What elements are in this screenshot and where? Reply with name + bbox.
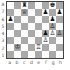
square-a1 [7, 51, 14, 58]
piece-white-king-b2: ♔ [15, 44, 21, 51]
square-e7 [35, 9, 42, 16]
square-d6 [28, 16, 35, 23]
square-b7 [14, 9, 21, 16]
square-h6 [56, 16, 63, 23]
square-c3 [21, 37, 28, 44]
file-label-f: f [42, 60, 49, 68]
square-h1 [56, 51, 63, 58]
piece-white-queen-c7: ♕ [22, 9, 28, 16]
square-f2 [42, 44, 49, 51]
square-g1 [49, 51, 56, 58]
file-label-a: a [6, 60, 13, 68]
file-label-d: d [28, 60, 35, 68]
square-d2 [28, 44, 35, 51]
square-d3 [28, 37, 35, 44]
square-a2 [7, 44, 14, 51]
square-e1 [35, 51, 42, 58]
square-d1 [28, 51, 35, 58]
square-h2 [56, 44, 63, 51]
piece-black-pawn-f7: ♟ [43, 9, 49, 16]
square-b4 [14, 30, 21, 37]
square-h7: ♟ [56, 9, 63, 16]
square-h4: ♙ [56, 30, 63, 37]
square-c2 [21, 44, 28, 51]
square-c4 [21, 30, 28, 37]
piece-black-pawn-h7: ♟ [57, 9, 63, 16]
square-f3: ♙ [42, 37, 49, 44]
piece-black-rook-c8: ♜ [22, 2, 28, 9]
piece-white-pawn-h4: ♙ [57, 30, 63, 37]
piece-black-pawn-a6: ♟ [8, 16, 14, 23]
square-e2: ♖ [35, 44, 42, 51]
square-a4 [7, 30, 14, 37]
square-c7: ♕ [21, 9, 28, 16]
file-label-b: b [13, 60, 20, 68]
square-a8 [7, 2, 14, 9]
square-e5 [35, 23, 42, 30]
chess-diagram: 87654321 ♜♚♕♟♟♟♟♙♟♙♙♙♔♖ abcdefgh [0, 0, 70, 70]
square-a6: ♟ [7, 16, 14, 23]
square-b3 [14, 37, 21, 44]
square-c1 [21, 51, 28, 58]
square-g3 [49, 37, 56, 44]
square-a3 [7, 37, 14, 44]
square-b8 [14, 2, 21, 9]
square-c6 [21, 16, 28, 23]
file-label-e: e [35, 60, 42, 68]
piece-white-rook-e2: ♖ [36, 44, 42, 51]
square-e3 [35, 37, 42, 44]
piece-white-pawn-g4: ♙ [50, 30, 56, 37]
square-h5 [56, 23, 63, 30]
square-f4: ♟ [42, 30, 49, 37]
file-label-c: c [21, 60, 28, 68]
square-a5 [7, 23, 14, 30]
piece-black-king-g8: ♚ [50, 2, 56, 9]
square-c8: ♜ [21, 2, 28, 9]
square-f8 [42, 2, 49, 9]
square-g2 [49, 44, 56, 51]
square-g4: ♙ [49, 30, 56, 37]
square-e6 [35, 16, 42, 23]
square-g8: ♚ [49, 2, 56, 9]
square-b6 [14, 16, 21, 23]
square-c5 [21, 23, 28, 30]
file-label-g: g [50, 60, 57, 68]
square-h3 [56, 37, 63, 44]
square-b2: ♔ [14, 44, 21, 51]
square-d5 [28, 23, 35, 30]
square-d8 [28, 2, 35, 9]
piece-white-pawn-f3: ♙ [43, 37, 49, 44]
square-d7 [28, 9, 35, 16]
file-labels: abcdefgh [6, 60, 64, 68]
square-b5 [14, 23, 21, 30]
square-f7: ♟ [42, 9, 49, 16]
piece-white-pawn-g5: ♙ [50, 23, 56, 30]
square-h8 [56, 2, 63, 9]
square-a7 [7, 9, 14, 16]
square-e8 [35, 2, 42, 9]
file-label-h: h [57, 60, 64, 68]
square-g6: ♟ [49, 16, 56, 23]
square-e4 [35, 30, 42, 37]
square-d4 [28, 30, 35, 37]
square-b1 [14, 51, 21, 58]
square-f1 [42, 51, 49, 58]
square-f6 [42, 16, 49, 23]
piece-black-pawn-f4: ♟ [43, 30, 49, 37]
square-g5: ♙ [49, 23, 56, 30]
square-f5 [42, 23, 49, 30]
chess-board: ♜♚♕♟♟♟♟♙♟♙♙♙♔♖ [6, 1, 64, 59]
piece-black-pawn-g6: ♟ [50, 16, 56, 23]
square-g7 [49, 9, 56, 16]
